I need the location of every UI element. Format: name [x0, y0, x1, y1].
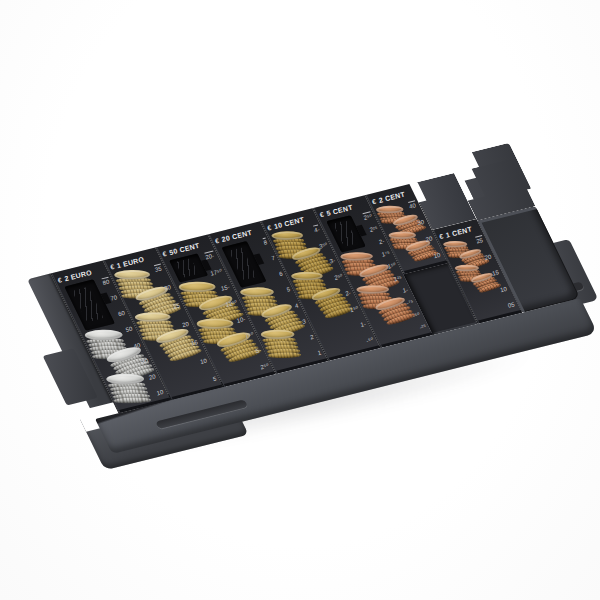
scale-mark: 3⁵⁰ — [318, 242, 327, 250]
tube-spring — [333, 221, 358, 247]
scale-mark: 20 — [425, 235, 433, 242]
scale-mark: 30 — [164, 284, 172, 291]
scale-mark: 1⁷⁵ — [381, 250, 390, 258]
scale-mark: 1⁵⁰ — [349, 305, 358, 313]
scale-mark: 2⁵⁰ — [334, 274, 343, 282]
scale-mark: 30 — [417, 219, 425, 226]
scale-mark: 2²⁵ — [369, 226, 378, 234]
scale-mark: 20- — [205, 251, 215, 261]
scale-mark: 10 — [500, 285, 508, 292]
scale-mark: 35 — [154, 264, 162, 273]
scale-mark: 15- — [221, 284, 231, 292]
euro-symbol: € — [266, 223, 271, 231]
scale-mark: 20 — [484, 253, 492, 260]
scale-mark: 2 — [309, 334, 314, 341]
scale-mark: 10 — [200, 357, 208, 364]
euro-symbol: € — [319, 210, 324, 218]
scale-mark: 10- — [236, 315, 246, 323]
coin-roll — [260, 329, 300, 359]
scale-mark: 6 — [278, 271, 283, 278]
scale-mark: 15 — [492, 269, 500, 276]
scale-mark: 8 — [262, 237, 267, 246]
scale-mark: 20 — [149, 373, 157, 380]
scale-mark: 5 — [212, 376, 217, 383]
scale-mark: 4 — [294, 302, 299, 309]
scale-mark: 1 — [317, 350, 322, 357]
scale-mark: -⁵⁰ — [366, 337, 374, 344]
scale-mark: 1⁵⁰ — [387, 262, 396, 270]
scale-mark: -⁷⁵ — [406, 299, 414, 306]
scale-mark: 2- — [344, 289, 351, 296]
scale-mark: 2- — [378, 238, 385, 245]
scale-mark: 12⁵⁰ — [226, 300, 239, 309]
scale-mark: 60 — [118, 310, 126, 317]
scale-mark: 7 — [271, 255, 276, 262]
euro-symbol: € — [109, 263, 114, 271]
scale-mark: 5 — [286, 287, 291, 294]
scale-mark: 70 — [110, 294, 118, 301]
scale-mark: 2⁵⁰ — [362, 211, 372, 221]
coin-edge — [268, 352, 303, 359]
empty-tube-window — [326, 215, 365, 252]
scale-mark: 7⁵⁰ — [244, 331, 253, 339]
scale-mark: 80 — [102, 277, 110, 286]
scale-mark: 15 — [191, 339, 199, 346]
scale-mark: 20 — [182, 321, 190, 328]
tube-spring — [72, 287, 104, 323]
euro-symbol: € — [371, 197, 376, 205]
scale-mark: 05 — [508, 301, 516, 308]
scene: €2 EURO8070605040302010€1 EURO3530252015… — [0, 0, 600, 600]
scale-mark: 4- — [313, 224, 320, 233]
tube-spring — [228, 248, 256, 281]
euro-symbol: € — [162, 250, 167, 258]
scale-mark: 1- — [360, 321, 367, 328]
coin-edge — [113, 397, 152, 404]
scale-mark: 25 — [475, 235, 483, 244]
euro-symbol: € — [438, 232, 443, 240]
euro-symbol: € — [57, 276, 62, 284]
scale-mark: 17⁵⁰ — [210, 268, 223, 277]
scale-mark: 5- — [255, 347, 262, 354]
scale-mark: 30 — [141, 357, 149, 364]
scale-mark: 25 — [173, 302, 181, 309]
scale-mark: 40 — [133, 342, 141, 349]
scale-mark: 3 — [301, 318, 306, 325]
scale-mark: 50 — [126, 326, 134, 333]
scale-mark: 40 — [408, 200, 416, 209]
tube-spring — [176, 258, 199, 278]
scale-mark: 1²⁵ — [393, 274, 402, 282]
scale-mark: -⁵⁰ — [412, 311, 420, 318]
scale-mark: 3- — [329, 258, 336, 265]
euro-symbol: € — [214, 236, 219, 244]
scale-mark: -²⁵ — [418, 323, 426, 330]
scale-mark: 10 — [433, 252, 441, 259]
scale-mark: 2⁵⁰ — [260, 363, 269, 371]
scale-mark: 1- — [402, 287, 409, 294]
coin-roll — [105, 374, 149, 405]
